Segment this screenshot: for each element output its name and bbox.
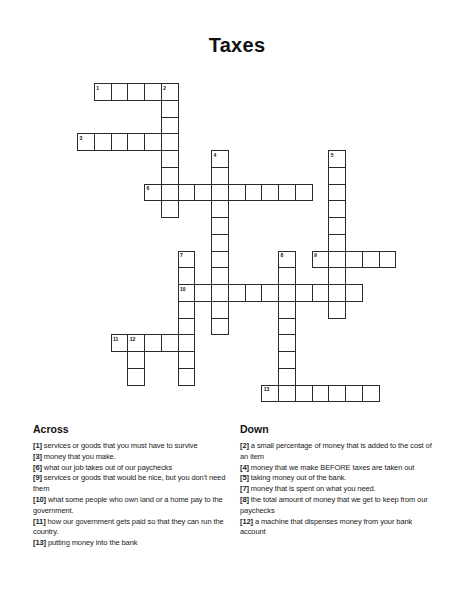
grid-cell-r8c8[interactable]: [211, 217, 229, 235]
grid-cell-r11c12[interactable]: [278, 267, 296, 285]
grid-cell-r15c5[interactable]: [161, 334, 179, 352]
clue-down-5: [5] taking money out of the bank.: [240, 473, 438, 484]
clue-text: a machine that dispenses money from your…: [240, 517, 412, 537]
grid-cell-r4c15[interactable]: 5: [328, 150, 346, 168]
clue-number: [9]: [33, 473, 42, 482]
cell-number-6: 6: [147, 185, 150, 191]
down-heading: Down: [240, 423, 438, 435]
clue-text: money that you make.: [42, 452, 116, 461]
grid-cell-r10c16[interactable]: [345, 251, 363, 269]
grid-cell-r4c8[interactable]: 4: [211, 150, 229, 168]
grid-cell-r15c3[interactable]: 12: [127, 334, 145, 352]
clue-number: [12]: [240, 517, 253, 526]
grid-cell-r6c12[interactable]: [278, 184, 296, 202]
clue-across-13: [13] putting money into the bank: [33, 538, 234, 549]
cell-number-13: 13: [264, 386, 270, 392]
clue-number: [13]: [33, 538, 46, 547]
grid-cell-r7c5[interactable]: [161, 200, 179, 218]
clue-across-1: [1] services or goods that you must have…: [33, 441, 234, 452]
grid-cell-r11c6[interactable]: [178, 267, 196, 285]
clue-down-2: [2] a small percentage of money that is …: [240, 441, 438, 463]
grid-cell-r6c11[interactable]: [261, 184, 279, 202]
crossword-page: Taxes 12345678910111213 Across [1] servi…: [0, 0, 474, 613]
grid-cell-r7c8[interactable]: [211, 200, 229, 218]
clue-number: [6]: [33, 463, 42, 472]
crossword-grid: 12345678910111213: [77, 83, 397, 403]
grid-cell-r3c1[interactable]: [94, 133, 112, 151]
clue-text: what our job takes out of our paychecks: [42, 463, 172, 472]
cell-number-12: 12: [130, 336, 136, 342]
grid-cell-r12c15[interactable]: [328, 284, 346, 302]
grid-cell-r10c15[interactable]: [328, 251, 346, 269]
grid-cell-r16c12[interactable]: [278, 351, 296, 369]
grid-cell-r17c6[interactable]: [178, 368, 196, 386]
grid-cell-r10c8[interactable]: [211, 251, 229, 269]
grid-cell-r5c15[interactable]: [328, 167, 346, 185]
grid-cell-r18c13[interactable]: [295, 385, 313, 403]
grid-cell-r8c15[interactable]: [328, 217, 346, 235]
grid-cell-r5c5[interactable]: [161, 167, 179, 185]
grid-cell-r12c9[interactable]: [228, 284, 246, 302]
grid-cell-r9c15[interactable]: [328, 234, 346, 252]
cell-number-3: 3: [80, 135, 83, 141]
clue-down-4: [4] money that we make BEFORE taxes are …: [240, 463, 438, 474]
cell-number-2: 2: [163, 85, 166, 91]
clue-number: [5]: [240, 473, 249, 482]
grid-cell-r16c3[interactable]: [127, 351, 145, 369]
grid-cell-r12c6[interactable]: 10: [178, 284, 196, 302]
cell-number-1: 1: [96, 85, 99, 91]
grid-cell-r18c15[interactable]: [328, 385, 346, 403]
clue-text: services or goods that would be nice, bu…: [33, 473, 225, 493]
clue-across-6: [6] what our job takes out of our payche…: [33, 463, 234, 474]
cell-number-10: 10: [180, 286, 186, 292]
grid-cell-r10c12[interactable]: 8: [278, 251, 296, 269]
clue-text: what some people who own land or a home …: [33, 495, 223, 515]
clue-number: [1]: [33, 441, 42, 450]
grid-cell-r4c5[interactable]: [161, 150, 179, 168]
clue-number: [10]: [33, 495, 46, 504]
grid-cell-r10c18[interactable]: [379, 251, 397, 269]
grid-cell-r0c3[interactable]: [127, 83, 145, 101]
clue-number: [11]: [33, 517, 46, 526]
grid-cell-r6c15[interactable]: [328, 184, 346, 202]
down-clue-list: [2] a small percentage of money that is …: [240, 441, 438, 538]
grid-cell-r15c2[interactable]: 11: [111, 334, 129, 352]
grid-cell-r6c13[interactable]: [295, 184, 313, 202]
grid-cell-r15c12[interactable]: [278, 334, 296, 352]
grid-cell-r18c12[interactable]: [278, 385, 296, 403]
grid-cell-r0c5[interactable]: 2: [161, 83, 179, 101]
grid-cell-r12c14[interactable]: [312, 284, 330, 302]
grid-cell-r1c5[interactable]: [161, 100, 179, 118]
clue-down-7: [7] money that is spent on what you need…: [240, 484, 438, 495]
grid-cell-r17c12[interactable]: [278, 368, 296, 386]
grid-cell-r3c5[interactable]: [161, 133, 179, 151]
grid-cell-r12c10[interactable]: [245, 284, 263, 302]
grid-cell-r18c17[interactable]: [362, 385, 380, 403]
down-clues-section: Down [2] a small percentage of money tha…: [240, 423, 438, 538]
clue-across-9: [9] services or goods that would be nice…: [33, 473, 234, 495]
clue-text: a small percentage of money that is adde…: [240, 441, 432, 461]
grid-cell-r15c6[interactable]: [178, 334, 196, 352]
grid-cell-r0c2[interactable]: [111, 83, 129, 101]
grid-cell-r13c12[interactable]: [278, 301, 296, 319]
cell-number-9: 9: [314, 252, 317, 258]
grid-cell-r10c14[interactable]: 9: [312, 251, 330, 269]
grid-cell-r9c8[interactable]: [211, 234, 229, 252]
grid-cell-r16c6[interactable]: [178, 351, 196, 369]
grid-cell-r3c2[interactable]: [111, 133, 129, 151]
clue-number: [4]: [240, 463, 249, 472]
grid-cell-r6c10[interactable]: [245, 184, 263, 202]
clue-number: [8]: [240, 495, 249, 504]
grid-cell-r2c5[interactable]: [161, 117, 179, 135]
grid-cell-r10c6[interactable]: 7: [178, 251, 196, 269]
grid-cell-r7c15[interactable]: [328, 200, 346, 218]
across-clues-section: Across [1] services or goods that you mu…: [33, 423, 234, 549]
grid-cell-r18c11[interactable]: 13: [261, 385, 279, 403]
clue-text: how our government gets paid so that the…: [33, 517, 224, 537]
puzzle-title: Taxes: [0, 33, 474, 57]
grid-cell-r12c11[interactable]: [261, 284, 279, 302]
clue-text: money that is spent on what you need.: [249, 484, 376, 493]
grid-cell-r13c15[interactable]: [328, 301, 346, 319]
grid-cell-r6c5[interactable]: [161, 184, 179, 202]
clue-text: taking money out of the bank.: [249, 473, 346, 482]
grid-cell-r14c6[interactable]: [178, 318, 196, 336]
grid-cell-r11c15[interactable]: [328, 267, 346, 285]
grid-cell-r0c4[interactable]: [144, 83, 162, 101]
grid-cell-r12c7[interactable]: [194, 284, 212, 302]
grid-cell-r6c8[interactable]: [211, 184, 229, 202]
grid-cell-r5c8[interactable]: [211, 167, 229, 185]
grid-cell-r13c8[interactable]: [211, 301, 229, 319]
cell-number-5: 5: [331, 152, 334, 158]
grid-cell-r13c6[interactable]: [178, 301, 196, 319]
grid-cell-r6c6[interactable]: [178, 184, 196, 202]
grid-cell-r3c4[interactable]: [144, 133, 162, 151]
clue-across-10: [10] what some people who own land or a …: [33, 495, 234, 517]
grid-cell-r14c8[interactable]: [211, 318, 229, 336]
clue-number: [7]: [240, 484, 249, 493]
clue-number: [3]: [33, 452, 42, 461]
grid-cell-r17c3[interactable]: [127, 368, 145, 386]
cell-number-8: 8: [281, 252, 284, 258]
across-heading: Across: [33, 423, 234, 435]
grid-cell-r18c16[interactable]: [345, 385, 363, 403]
cell-number-11: 11: [113, 336, 118, 342]
grid-cell-r0c1[interactable]: 1: [94, 83, 112, 101]
grid-cell-r3c0[interactable]: 3: [77, 133, 95, 151]
grid-cell-r15c4[interactable]: [144, 334, 162, 352]
grid-cell-r12c12[interactable]: [278, 284, 296, 302]
cell-number-4: 4: [214, 152, 217, 158]
clue-text: the total amount of money that we get to…: [240, 495, 428, 515]
clue-down-12: [12] a machine that dispenses money from…: [240, 517, 438, 539]
grid-cell-r18c14[interactable]: [312, 385, 330, 403]
across-clue-list: [1] services or goods that you must have…: [33, 441, 234, 549]
grid-cell-r14c12[interactable]: [278, 318, 296, 336]
grid-cell-r12c16[interactable]: [345, 284, 363, 302]
clue-text: putting money into the bank: [46, 538, 137, 547]
cell-number-7: 7: [180, 252, 183, 258]
clue-text: money that we make BEFORE taxes are take…: [249, 463, 414, 472]
grid-cell-r11c8[interactable]: [211, 267, 229, 285]
clue-down-8: [8] the total amount of money that we ge…: [240, 495, 438, 517]
grid-cell-r10c17[interactable]: [362, 251, 380, 269]
grid-cell-r6c9[interactable]: [228, 184, 246, 202]
grid-cell-r12c13[interactable]: [295, 284, 313, 302]
grid-cell-r6c4[interactable]: 6: [144, 184, 162, 202]
clue-across-3: [3] money that you make.: [33, 452, 234, 463]
grid-cell-r3c3[interactable]: [127, 133, 145, 151]
clue-number: [2]: [240, 441, 249, 450]
grid-cell-r6c7[interactable]: [194, 184, 212, 202]
clue-text: services or goods that you must have to …: [42, 441, 198, 450]
clue-across-11: [11] how our government gets paid so tha…: [33, 517, 234, 539]
grid-cell-r12c8[interactable]: [211, 284, 229, 302]
